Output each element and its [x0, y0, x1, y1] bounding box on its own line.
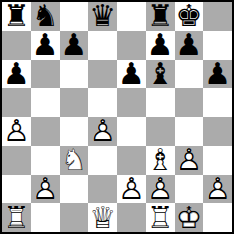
- white-rook-piece: ♜♖: [146, 203, 175, 232]
- square-a3[interactable]: [2, 146, 31, 175]
- square-h1[interactable]: [203, 203, 232, 232]
- square-d1[interactable]: ♛♕: [88, 203, 117, 232]
- square-c5[interactable]: [60, 88, 89, 117]
- black-piece-glyph-layer: ♟: [203, 60, 232, 89]
- white-piece-outline-layer: ♖: [2, 203, 31, 232]
- square-g7[interactable]: ♟: [175, 31, 204, 60]
- white-pawn-piece: ♟♙: [2, 117, 31, 146]
- square-a4[interactable]: ♟♙: [2, 117, 31, 146]
- white-rook-piece: ♜♖: [2, 203, 31, 232]
- square-d3[interactable]: [88, 146, 117, 175]
- square-b7[interactable]: ♟: [31, 31, 60, 60]
- square-b6[interactable]: [31, 60, 60, 89]
- square-b1[interactable]: [31, 203, 60, 232]
- square-g5[interactable]: [175, 88, 204, 117]
- black-pawn-piece: ♟: [60, 31, 89, 60]
- black-pawn-piece: ♟: [175, 31, 204, 60]
- square-c3[interactable]: ♞♘: [60, 146, 89, 175]
- square-h8[interactable]: [203, 2, 232, 31]
- square-f6[interactable]: ♝: [146, 60, 175, 89]
- white-piece-outline-layer: ♙: [146, 175, 175, 204]
- black-piece-glyph-layer: ♝: [146, 60, 175, 89]
- black-bishop-piece: ♝: [146, 60, 175, 89]
- square-d8[interactable]: ♛: [88, 2, 117, 31]
- white-piece-outline-layer: ♙: [203, 175, 232, 204]
- square-c2[interactable]: [60, 175, 89, 204]
- square-a1[interactable]: ♜♖: [2, 203, 31, 232]
- black-piece-glyph-layer: ♜: [2, 2, 31, 31]
- black-pawn-piece: ♟: [2, 60, 31, 89]
- square-d4[interactable]: ♟♙: [88, 117, 117, 146]
- square-b2[interactable]: ♟♙: [31, 175, 60, 204]
- black-piece-glyph-layer: ♛: [88, 2, 117, 31]
- black-pawn-piece: ♟: [31, 31, 60, 60]
- white-piece-outline-layer: ♕: [88, 203, 117, 232]
- white-piece-outline-layer: ♙: [175, 146, 204, 175]
- square-a6[interactable]: ♟: [2, 60, 31, 89]
- square-f2[interactable]: ♟♙: [146, 175, 175, 204]
- black-rook-piece: ♜: [2, 2, 31, 31]
- square-a8[interactable]: ♜: [2, 2, 31, 31]
- square-d6[interactable]: [88, 60, 117, 89]
- square-g3[interactable]: ♟♙: [175, 146, 204, 175]
- square-d7[interactable]: [88, 31, 117, 60]
- black-queen-piece: ♛: [88, 2, 117, 31]
- black-piece-glyph-layer: ♟: [117, 60, 146, 89]
- black-pawn-piece: ♟: [117, 60, 146, 89]
- white-pawn-piece: ♟♙: [175, 146, 204, 175]
- chess-board: ♜♞♛♜♚♟♟♟♟♟♟♝♟♟♙♟♙♞♘♝♗♟♙♟♙♟♙♟♙♟♙♜♖♛♕♜♖♚♔: [0, 0, 234, 234]
- white-king-piece: ♚♔: [175, 203, 204, 232]
- square-b4[interactable]: [31, 117, 60, 146]
- square-b5[interactable]: [31, 88, 60, 117]
- white-piece-outline-layer: ♙: [117, 175, 146, 204]
- white-pawn-piece: ♟♙: [203, 175, 232, 204]
- square-h6[interactable]: ♟: [203, 60, 232, 89]
- white-piece-outline-layer: ♙: [31, 175, 60, 204]
- white-piece-outline-layer: ♘: [60, 146, 89, 175]
- white-piece-outline-layer: ♔: [175, 203, 204, 232]
- square-c7[interactable]: ♟: [60, 31, 89, 60]
- white-knight-piece: ♞♘: [60, 146, 89, 175]
- square-c6[interactable]: [60, 60, 89, 89]
- square-h2[interactable]: ♟♙: [203, 175, 232, 204]
- square-d2[interactable]: [88, 175, 117, 204]
- white-piece-outline-layer: ♙: [2, 117, 31, 146]
- black-piece-glyph-layer: ♟: [2, 60, 31, 89]
- square-e8[interactable]: [117, 2, 146, 31]
- white-pawn-piece: ♟♙: [31, 175, 60, 204]
- white-piece-outline-layer: ♖: [146, 203, 175, 232]
- white-queen-piece: ♛♕: [88, 203, 117, 232]
- black-pawn-piece: ♟: [203, 60, 232, 89]
- square-h4[interactable]: [203, 117, 232, 146]
- black-piece-glyph-layer: ♟: [60, 31, 89, 60]
- square-g6[interactable]: [175, 60, 204, 89]
- square-e4[interactable]: [117, 117, 146, 146]
- black-piece-glyph-layer: ♟: [31, 31, 60, 60]
- square-g1[interactable]: ♚♔: [175, 203, 204, 232]
- square-f1[interactable]: ♜♖: [146, 203, 175, 232]
- square-h5[interactable]: [203, 88, 232, 117]
- white-piece-outline-layer: ♙: [88, 117, 117, 146]
- white-pawn-piece: ♟♙: [146, 175, 175, 204]
- white-pawn-piece: ♟♙: [88, 117, 117, 146]
- square-f5[interactable]: [146, 88, 175, 117]
- square-e6[interactable]: ♟: [117, 60, 146, 89]
- square-e1[interactable]: [117, 203, 146, 232]
- square-g2[interactable]: [175, 175, 204, 204]
- square-c1[interactable]: [60, 203, 89, 232]
- square-e2[interactable]: ♟♙: [117, 175, 146, 204]
- square-e5[interactable]: [117, 88, 146, 117]
- square-a2[interactable]: [2, 175, 31, 204]
- black-piece-glyph-layer: ♟: [175, 31, 204, 60]
- white-pawn-piece: ♟♙: [117, 175, 146, 204]
